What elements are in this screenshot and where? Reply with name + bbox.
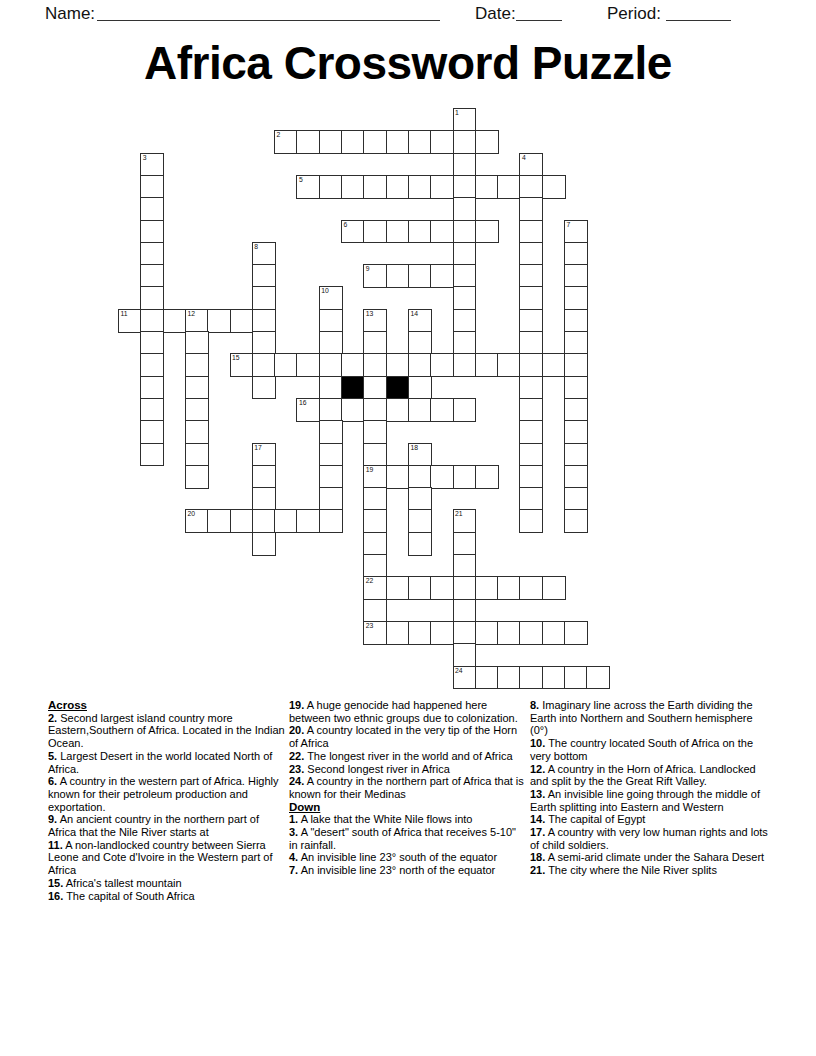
clue-number: 18 <box>410 444 418 452</box>
grid-cell[interactable] <box>497 666 521 690</box>
clue-number: 12 <box>187 310 195 318</box>
grid-cell[interactable] <box>475 621 499 645</box>
grid-cell[interactable] <box>453 643 477 667</box>
clue-number: 1 <box>455 109 459 117</box>
grid-cell[interactable] <box>408 264 432 288</box>
grid-cell[interactable] <box>140 197 164 221</box>
clue-number: 23 <box>366 622 374 630</box>
grid-cell[interactable]: 1 <box>453 108 477 132</box>
grid-cell[interactable] <box>564 309 588 333</box>
grid-cell[interactable] <box>519 465 543 489</box>
clue-column-3: 8. Imaginary line across the Earth divid… <box>530 699 768 877</box>
grid-cell[interactable] <box>453 554 477 578</box>
grid-cell[interactable] <box>475 220 499 244</box>
grid-cell[interactable] <box>252 487 276 511</box>
clue-text: 18. A semi-arid climate under the Sahara… <box>530 851 768 864</box>
grid-cell[interactable] <box>408 621 432 645</box>
grid-cell[interactable] <box>319 487 343 511</box>
clue-number-label: 7. <box>289 864 298 876</box>
grid-cell[interactable] <box>386 465 410 489</box>
grid-cell[interactable] <box>408 487 432 511</box>
name-label: Name: <box>45 4 95 24</box>
grid-cell[interactable] <box>497 576 521 600</box>
grid-cell[interactable] <box>252 331 276 355</box>
grid-cell[interactable] <box>140 242 164 266</box>
grid-cell[interactable] <box>274 509 298 533</box>
grid-cell[interactable] <box>453 576 477 600</box>
grid-cell[interactable]: 17 <box>252 443 276 467</box>
grid-cell[interactable] <box>185 353 209 377</box>
grid-cell[interactable] <box>386 130 410 154</box>
grid-cell[interactable] <box>319 420 343 444</box>
grid-cell[interactable] <box>564 398 588 422</box>
clue-number-label: 15. <box>48 877 63 889</box>
clue-number: 6 <box>344 221 348 229</box>
grid-cell[interactable] <box>408 509 432 533</box>
grid-cell[interactable] <box>408 353 432 377</box>
clue-number-label: 18. <box>530 851 545 863</box>
grid-cell[interactable] <box>408 220 432 244</box>
clue-number-label: 9. <box>48 813 57 825</box>
grid-cell[interactable] <box>564 487 588 511</box>
grid-cell[interactable] <box>252 465 276 489</box>
grid-cell[interactable]: 2 <box>274 130 298 154</box>
grid-cell[interactable]: 12 <box>185 309 209 333</box>
grid-cell[interactable]: 19 <box>363 465 387 489</box>
clue-number: 5 <box>299 176 303 184</box>
grid-cell[interactable]: 22 <box>363 576 387 600</box>
clue-number: 8 <box>254 243 258 251</box>
grid-cell[interactable] <box>564 264 588 288</box>
grid-cell[interactable] <box>386 398 410 422</box>
grid-cell[interactable] <box>341 175 365 199</box>
grid-cell[interactable] <box>430 576 454 600</box>
grid-cell[interactable] <box>408 576 432 600</box>
grid-cell[interactable] <box>430 353 454 377</box>
clue-number: 3 <box>143 154 147 162</box>
grid-cell[interactable] <box>319 331 343 355</box>
grid-cell[interactable] <box>408 465 432 489</box>
clue-number: 7 <box>567 221 571 229</box>
clue-text: 13. An invisible line going through the … <box>530 788 768 813</box>
grid-cell[interactable]: 8 <box>252 242 276 266</box>
grid-cell[interactable] <box>564 443 588 467</box>
grid-cell[interactable] <box>296 130 320 154</box>
grid-cell[interactable] <box>586 666 610 690</box>
period-blank-line[interactable] <box>666 4 731 21</box>
page-title: Africa Crossword Puzzle <box>0 36 816 90</box>
grid-cell[interactable] <box>408 331 432 355</box>
grid-cell[interactable] <box>252 376 276 400</box>
grid-cell[interactable] <box>140 376 164 400</box>
grid-cell[interactable] <box>252 264 276 288</box>
clue-number-label: 6. <box>48 775 57 787</box>
grid-cell[interactable] <box>296 509 320 533</box>
grid-cell[interactable] <box>185 465 209 489</box>
worksheet-page: Name: Date: Period: Africa Crossword Puz… <box>0 0 816 1056</box>
clue-number-label: 16. <box>48 890 63 902</box>
clue-text: 23. Second longest river in Africa <box>289 763 527 776</box>
grid-cell[interactable] <box>252 286 276 310</box>
grid-cell[interactable] <box>430 465 454 489</box>
clue-number-label: 19. <box>289 699 304 711</box>
grid-cell[interactable]: 6 <box>341 220 365 244</box>
clue-text: 2. Second largest island country more Ea… <box>48 712 286 750</box>
clue-number-label: 5. <box>48 750 57 762</box>
grid-cell[interactable] <box>140 264 164 288</box>
grid-cell[interactable] <box>140 420 164 444</box>
grid-cell[interactable] <box>519 264 543 288</box>
grid-cell[interactable] <box>453 130 477 154</box>
grid-cell[interactable] <box>519 666 543 690</box>
grid-cell[interactable] <box>319 376 343 400</box>
grid-cell[interactable] <box>564 353 588 377</box>
grid-cell[interactable] <box>408 376 432 400</box>
grid-cell[interactable]: 18 <box>408 443 432 467</box>
grid-cell[interactable] <box>453 465 477 489</box>
grid-cell[interactable] <box>252 353 276 377</box>
grid-cell[interactable] <box>453 599 477 623</box>
grid-cell[interactable] <box>296 353 320 377</box>
grid-cell[interactable] <box>453 621 477 645</box>
clue-text: 20. A country located in the very tip of… <box>289 724 527 749</box>
grid-cell[interactable] <box>252 309 276 333</box>
grid-cell[interactable] <box>341 353 365 377</box>
grid-cell[interactable] <box>519 376 543 400</box>
grid-cell[interactable] <box>519 309 543 333</box>
grid-cell[interactable] <box>519 420 543 444</box>
clue-column-2: 19. A huge genocide had happened here be… <box>289 699 527 877</box>
grid-cell[interactable]: 9 <box>363 264 387 288</box>
grid-cell[interactable] <box>319 353 343 377</box>
grid-cell[interactable] <box>475 175 499 199</box>
clue-text: 12. A country in the Horn of Africa. Lan… <box>530 763 768 788</box>
grid-cell[interactable] <box>140 220 164 244</box>
grid-cell[interactable] <box>519 175 543 199</box>
grid-cell[interactable] <box>542 666 566 690</box>
grid-cell[interactable] <box>252 509 276 533</box>
grid-cell[interactable] <box>542 175 566 199</box>
grid-cell[interactable] <box>363 220 387 244</box>
grid-cell[interactable] <box>453 220 477 244</box>
grid-cell[interactable] <box>386 576 410 600</box>
grid-cell[interactable] <box>475 130 499 154</box>
grid-cell[interactable] <box>140 175 164 199</box>
grid-cell[interactable] <box>319 509 343 533</box>
grid-cell[interactable] <box>140 353 164 377</box>
date-label: Date: <box>475 4 516 24</box>
grid-cell[interactable] <box>519 353 543 377</box>
clue-number: 14 <box>410 310 418 318</box>
clue-text: 16. The capital of South Africa <box>48 890 286 903</box>
grid-cell[interactable] <box>453 264 477 288</box>
grid-cell[interactable]: 21 <box>453 509 477 533</box>
grid-cell[interactable] <box>252 532 276 556</box>
grid-cell[interactable] <box>564 331 588 355</box>
grid-cell[interactable] <box>230 309 254 333</box>
grid-cell[interactable] <box>140 309 164 333</box>
clue-text: 19. A huge genocide had happened here be… <box>289 699 527 724</box>
clue-number-label: 3. <box>289 826 298 838</box>
clue-number-label: 17. <box>530 826 545 838</box>
clue-number: 17 <box>254 444 262 452</box>
grid-cell[interactable] <box>363 509 387 533</box>
clue-number: 19 <box>366 466 374 474</box>
grid-cell[interactable] <box>386 621 410 645</box>
grid-cell[interactable] <box>564 376 588 400</box>
grid-cell[interactable] <box>430 398 454 422</box>
grid-cell[interactable] <box>363 175 387 199</box>
grid-cell[interactable] <box>140 443 164 467</box>
grid-cell[interactable] <box>519 286 543 310</box>
clue-number-label: 1. <box>289 813 298 825</box>
clue-text: 22. The longest river in the world and o… <box>289 750 527 763</box>
grid-cell[interactable] <box>363 376 387 400</box>
grid-cell[interactable] <box>363 532 387 556</box>
grid-cell[interactable]: 15 <box>230 353 254 377</box>
grid-cell[interactable] <box>519 197 543 221</box>
clue-text: 7. An invisible line 23° north of the eq… <box>289 864 527 877</box>
clue-number-label: 12. <box>530 763 545 775</box>
grid-cell[interactable] <box>497 175 521 199</box>
grid-cell[interactable] <box>341 130 365 154</box>
grid-cell[interactable] <box>519 242 543 266</box>
grid-cell[interactable] <box>386 353 410 377</box>
clue-number-label: 13. <box>530 788 545 800</box>
clue-text: 15. Africa's tallest mountain <box>48 877 286 890</box>
grid-cell[interactable] <box>475 666 499 690</box>
grid-cell[interactable] <box>475 353 499 377</box>
grid-cell[interactable] <box>519 576 543 600</box>
grid-cell[interactable]: 24 <box>453 666 477 690</box>
clue-number: 10 <box>321 287 329 295</box>
clue-number: 16 <box>299 399 307 407</box>
clue-number: 2 <box>277 131 281 139</box>
grid-cell[interactable] <box>319 465 343 489</box>
clue-text: 8. Imaginary line across the Earth divid… <box>530 699 768 737</box>
clue-number: 4 <box>522 154 526 162</box>
grid-cell[interactable] <box>519 331 543 355</box>
period-label: Period: <box>607 4 661 24</box>
grid-cell[interactable] <box>519 487 543 511</box>
grid-cell[interactable] <box>564 621 588 645</box>
grid-cell[interactable] <box>386 175 410 199</box>
name-blank-line[interactable] <box>97 4 440 21</box>
grid-cell[interactable] <box>564 286 588 310</box>
crossword-grid: 123456789101112131415161718192021222324 <box>118 108 610 689</box>
clue-number-label: 24. <box>289 775 304 787</box>
clue-number-label: 11. <box>48 839 63 851</box>
grid-cell[interactable] <box>408 398 432 422</box>
grid-cell[interactable] <box>453 175 477 199</box>
grid-cell[interactable] <box>453 398 477 422</box>
grid-cell[interactable] <box>453 242 477 266</box>
grid-cell[interactable]: 23 <box>363 621 387 645</box>
grid-cell[interactable] <box>519 621 543 645</box>
grid-cell[interactable] <box>430 264 454 288</box>
grid-cell[interactable] <box>363 599 387 623</box>
grid-cell[interactable]: 16 <box>296 398 320 422</box>
grid-cell[interactable]: 5 <box>296 175 320 199</box>
clue-number-label: 2. <box>48 712 57 724</box>
grid-cell[interactable] <box>386 220 410 244</box>
grid-cell[interactable] <box>185 398 209 422</box>
grid-cell[interactable] <box>519 220 543 244</box>
grid-cell[interactable] <box>542 353 566 377</box>
grid-cell[interactable] <box>230 509 254 533</box>
clue-number: 15 <box>232 354 240 362</box>
grid-cell[interactable] <box>542 576 566 600</box>
clue-text: 11. A non-landlocked country between Sie… <box>48 839 286 877</box>
grid-cell[interactable] <box>140 331 164 355</box>
grid-cell[interactable] <box>363 420 387 444</box>
clue-number-label: 4. <box>289 851 298 863</box>
grid-cell[interactable] <box>453 353 477 377</box>
grid-cell[interactable] <box>564 420 588 444</box>
clue-number: 21 <box>455 510 463 518</box>
grid-cell[interactable] <box>363 353 387 377</box>
clue-text: 3. A "desert" south of Africa that recei… <box>289 826 527 851</box>
clue-text: 9. An ancient country in the northern pa… <box>48 813 286 838</box>
grid-cell[interactable] <box>363 554 387 578</box>
grid-cell[interactable] <box>319 175 343 199</box>
grid-cell[interactable] <box>274 353 298 377</box>
grid-cell[interactable] <box>497 353 521 377</box>
grid-cell[interactable]: 7 <box>564 220 588 244</box>
clue-text: 5. Largest Desert in the world located N… <box>48 750 286 775</box>
grid-cell[interactable] <box>519 509 543 533</box>
grid-cell[interactable] <box>185 331 209 355</box>
clue-number: 20 <box>187 510 195 518</box>
grid-cell[interactable] <box>207 309 231 333</box>
black-cell <box>386 376 410 400</box>
grid-cell[interactable] <box>319 130 343 154</box>
grid-cell[interactable] <box>386 264 410 288</box>
grid-cell[interactable] <box>519 443 543 467</box>
clue-number-label: 20. <box>289 724 304 736</box>
grid-cell[interactable] <box>163 309 187 333</box>
grid-cell[interactable] <box>319 398 343 422</box>
grid-cell[interactable] <box>207 509 231 533</box>
grid-cell[interactable] <box>185 420 209 444</box>
grid-cell[interactable] <box>453 153 477 177</box>
clue-number-label: 23. <box>289 763 304 775</box>
grid-cell[interactable] <box>564 465 588 489</box>
grid-cell[interactable] <box>430 621 454 645</box>
grid-cell[interactable] <box>363 130 387 154</box>
grid-cell[interactable] <box>453 331 477 355</box>
grid-cell[interactable] <box>475 465 499 489</box>
grid-cell[interactable] <box>497 621 521 645</box>
clue-text: 10. The country located South of Africa … <box>530 737 768 762</box>
grid-cell[interactable] <box>564 509 588 533</box>
clue-section-heading: Across <box>48 699 286 712</box>
grid-cell[interactable] <box>319 309 343 333</box>
grid-cell[interactable] <box>542 621 566 645</box>
black-cell <box>341 376 365 400</box>
grid-cell[interactable] <box>564 242 588 266</box>
grid-cell[interactable] <box>341 398 365 422</box>
grid-cell[interactable] <box>453 286 477 310</box>
clue-number-label: 21. <box>530 864 545 876</box>
grid-cell[interactable]: 10 <box>319 286 343 310</box>
clue-column-1: Across2. Second largest island country m… <box>48 699 286 902</box>
grid-cell[interactable] <box>430 130 454 154</box>
clue-text: 6. A country in the western part of Afri… <box>48 775 286 813</box>
grid-cell[interactable] <box>475 576 499 600</box>
grid-cell[interactable]: 14 <box>408 309 432 333</box>
clue-number: 24 <box>455 667 463 675</box>
grid-cell[interactable] <box>430 175 454 199</box>
grid-cell[interactable] <box>430 220 454 244</box>
clue-number: 11 <box>121 310 128 318</box>
clue-text: 14. The capital of Egypt <box>530 813 768 826</box>
grid-cell[interactable] <box>363 487 387 511</box>
date-blank-line[interactable] <box>516 4 562 21</box>
grid-cell[interactable] <box>363 443 387 467</box>
grid-cell[interactable] <box>519 398 543 422</box>
clue-text: 4. An invisible line 23° south of the eq… <box>289 851 527 864</box>
clue-number-label: 22. <box>289 750 304 762</box>
grid-cell[interactable] <box>453 197 477 221</box>
grid-cell[interactable] <box>319 443 343 467</box>
clue-section-heading: Down <box>289 801 527 814</box>
grid-cell[interactable] <box>453 532 477 556</box>
clue-text: 1. A lake that the White Nile flows into <box>289 813 527 826</box>
clue-text: 24. A country in the northern part of Af… <box>289 775 527 800</box>
grid-cell[interactable]: 11 <box>118 309 142 333</box>
clue-number-label: 10. <box>530 737 545 749</box>
grid-cell[interactable] <box>140 286 164 310</box>
clue-number-label: 14. <box>530 813 545 825</box>
clue-number: 22 <box>366 577 374 585</box>
grid-cell[interactable]: 3 <box>140 153 164 177</box>
grid-cell[interactable] <box>185 443 209 467</box>
grid-cell[interactable] <box>140 398 164 422</box>
grid-cell[interactable] <box>564 666 588 690</box>
grid-cell[interactable]: 20 <box>185 509 209 533</box>
grid-cell[interactable] <box>408 175 432 199</box>
grid-cell[interactable]: 13 <box>363 309 387 333</box>
grid-cell[interactable] <box>453 309 477 333</box>
grid-cell[interactable] <box>408 130 432 154</box>
grid-cell[interactable] <box>185 376 209 400</box>
grid-cell[interactable] <box>408 532 432 556</box>
clue-number: 13 <box>366 310 374 318</box>
grid-cell[interactable] <box>363 398 387 422</box>
clue-text: 17. A country with very low human rights… <box>530 826 768 851</box>
clue-number: 9 <box>366 265 370 273</box>
grid-cell[interactable] <box>363 331 387 355</box>
clue-text: 21. The city where the Nile River splits <box>530 864 768 877</box>
grid-cell[interactable]: 4 <box>519 153 543 177</box>
clue-number-label: 8. <box>530 699 539 711</box>
